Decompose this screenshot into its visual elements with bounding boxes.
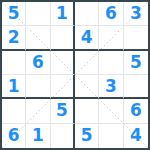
cell-r1c2[interactable] <box>26 2 50 26</box>
cell-r6c5[interactable] <box>99 124 123 148</box>
cell-r4c1[interactable]: 1 <box>2 75 26 99</box>
cell-r4c5[interactable]: 3 <box>99 75 123 99</box>
cell-r5c1[interactable] <box>2 99 26 123</box>
cell-r5c6[interactable]: 6 <box>124 99 148 123</box>
cell-r3c5[interactable] <box>99 51 123 75</box>
cell-r3c4[interactable] <box>75 51 99 75</box>
cell-r1c4[interactable] <box>75 2 99 26</box>
cell-r6c3[interactable] <box>51 124 75 148</box>
cell-r4c3[interactable] <box>51 75 75 99</box>
cell-r5c5[interactable] <box>99 99 123 123</box>
cell-r4c6[interactable] <box>124 75 148 99</box>
cell-r6c4[interactable]: 5 <box>75 124 99 148</box>
cell-r6c1[interactable]: 6 <box>2 124 26 148</box>
cell-r2c3[interactable] <box>51 26 75 50</box>
cell-r6c6[interactable]: 4 <box>124 124 148 148</box>
cell-r2c2[interactable] <box>26 26 50 50</box>
cell-r3c2[interactable]: 6 <box>26 51 50 75</box>
cell-r1c5[interactable]: 6 <box>99 2 123 26</box>
cell-r2c1[interactable]: 2 <box>2 26 26 50</box>
cell-r6c2[interactable]: 1 <box>26 124 50 148</box>
cell-r3c3[interactable] <box>51 51 75 75</box>
cell-r2c5[interactable] <box>99 26 123 50</box>
cell-r1c1[interactable]: 5 <box>2 2 26 26</box>
cell-r3c1[interactable] <box>2 51 26 75</box>
cell-r2c6[interactable] <box>124 26 148 50</box>
cell-r3c6[interactable]: 5 <box>124 51 148 75</box>
cell-r1c6[interactable]: 3 <box>124 2 148 26</box>
cell-r4c2[interactable] <box>26 75 50 99</box>
cell-r5c2[interactable] <box>26 99 50 123</box>
cell-r5c3[interactable]: 5 <box>51 99 75 123</box>
cell-r4c4[interactable] <box>75 75 99 99</box>
cell-r2c4[interactable]: 4 <box>75 26 99 50</box>
sudoku-grid: 5163246513566154 <box>2 2 148 148</box>
sudoku-board: 5163246513566154 <box>0 0 150 150</box>
cell-r1c3[interactable]: 1 <box>51 2 75 26</box>
cell-r5c4[interactable] <box>75 99 99 123</box>
